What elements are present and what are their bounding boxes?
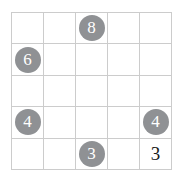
cell-r3c2[interactable] bbox=[76, 107, 107, 137]
cell-r4c4[interactable]: 3 bbox=[140, 139, 171, 169]
cell-r1c0: 6 bbox=[12, 44, 43, 74]
clue-circle: 4 bbox=[15, 109, 41, 135]
cell-r4c1[interactable] bbox=[44, 139, 75, 169]
puzzle-screen: 864433 bbox=[0, 0, 180, 180]
clue-circle: 4 bbox=[143, 109, 169, 135]
cell-r3c0: 4 bbox=[12, 107, 43, 137]
cell-r2c3[interactable] bbox=[108, 76, 139, 106]
cell-r0c3[interactable] bbox=[108, 13, 139, 43]
cell-r2c0[interactable] bbox=[12, 76, 43, 106]
cell-r0c1[interactable] bbox=[44, 13, 75, 43]
cell-r3c4: 4 bbox=[140, 107, 171, 137]
cell-r2c1[interactable] bbox=[44, 76, 75, 106]
cell-r0c2: 8 bbox=[76, 13, 107, 43]
cell-r1c4[interactable] bbox=[140, 44, 171, 74]
cell-r2c2[interactable] bbox=[76, 76, 107, 106]
cell-r1c3[interactable] bbox=[108, 44, 139, 74]
puzzle-board: 864433 bbox=[11, 12, 172, 170]
cell-r4c3[interactable] bbox=[108, 139, 139, 169]
cell-r3c1[interactable] bbox=[44, 107, 75, 137]
cell-r2c4[interactable] bbox=[140, 76, 171, 106]
cell-r0c4[interactable] bbox=[140, 13, 171, 43]
cell-r4c2: 3 bbox=[76, 139, 107, 169]
cell-r0c0[interactable] bbox=[12, 13, 43, 43]
cell-r3c3[interactable] bbox=[108, 107, 139, 137]
cell-r1c2[interactable] bbox=[76, 44, 107, 74]
entry-number: 3 bbox=[151, 144, 161, 163]
cell-r4c0[interactable] bbox=[12, 139, 43, 169]
clue-circle: 8 bbox=[79, 15, 105, 41]
clue-circle: 3 bbox=[79, 141, 105, 167]
cell-r1c1[interactable] bbox=[44, 44, 75, 74]
clue-circle: 6 bbox=[15, 47, 41, 73]
